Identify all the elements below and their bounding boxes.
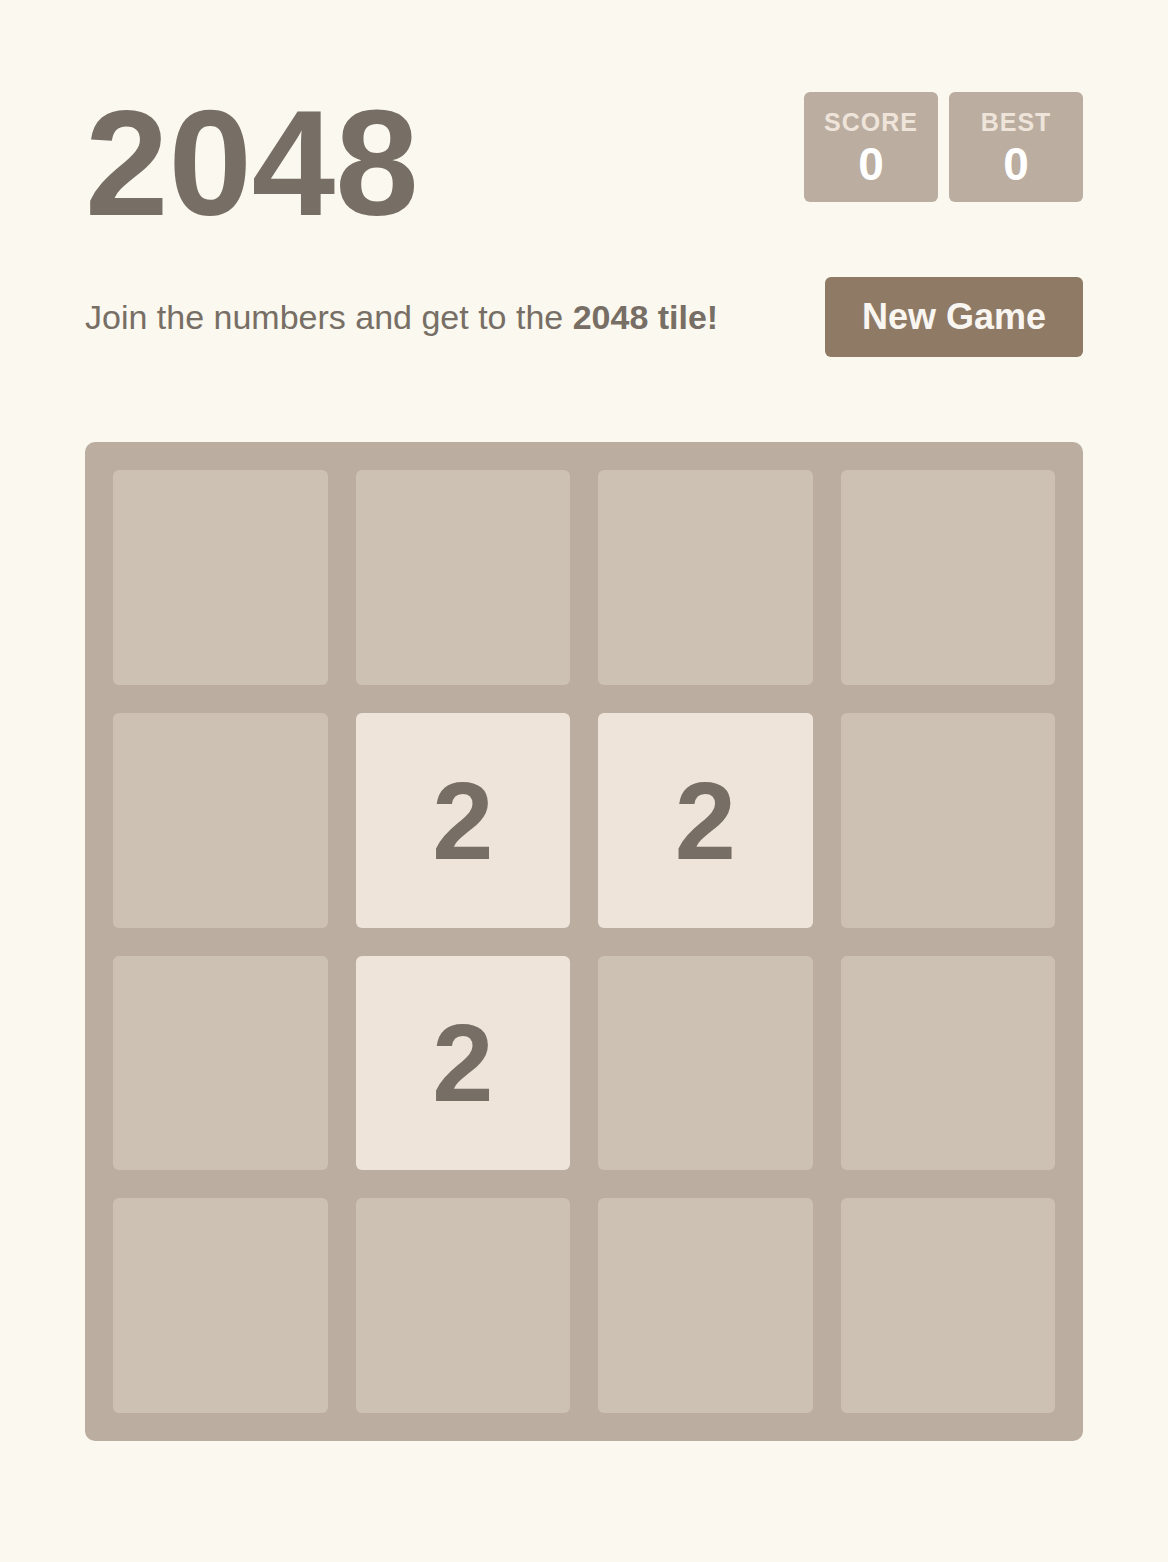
score-label: SCORE (824, 108, 918, 137)
score-box: SCORE 0 (804, 92, 938, 202)
empty-cell (598, 470, 813, 685)
empty-cell (841, 470, 1056, 685)
tile-2: 2 (598, 713, 813, 928)
tile-2: 2 (356, 713, 571, 928)
best-value: 0 (1003, 141, 1029, 187)
heading-row: 2048 SCORE 0 BEST 0 (85, 92, 1083, 255)
empty-cell (113, 956, 328, 1171)
empty-cell (598, 956, 813, 1171)
above-game-row: Join the numbers and get to the 2048 til… (85, 277, 1083, 357)
empty-cell (841, 713, 1056, 928)
scoreboard: SCORE 0 BEST 0 (804, 92, 1083, 202)
empty-cell (356, 470, 571, 685)
new-game-button[interactable]: New Game (825, 277, 1083, 357)
empty-cell (113, 470, 328, 685)
tile-2: 2 (356, 956, 571, 1171)
game-container: 2048 SCORE 0 BEST 0 Join the numbers and… (85, 0, 1083, 1441)
page-title: 2048 (85, 72, 419, 255)
board: 222 (85, 442, 1083, 1441)
empty-cell (841, 1198, 1056, 1413)
empty-cell (113, 1198, 328, 1413)
intro-text-bold: 2048 tile! (573, 298, 719, 336)
score-value: 0 (858, 141, 884, 187)
best-label: BEST (981, 108, 1052, 137)
best-box: BEST 0 (949, 92, 1083, 202)
intro-text: Join the numbers and get to the (85, 298, 573, 336)
game-intro: Join the numbers and get to the 2048 til… (85, 298, 718, 337)
empty-cell (356, 1198, 571, 1413)
empty-cell (841, 956, 1056, 1171)
empty-cell (113, 713, 328, 928)
empty-cell (598, 1198, 813, 1413)
